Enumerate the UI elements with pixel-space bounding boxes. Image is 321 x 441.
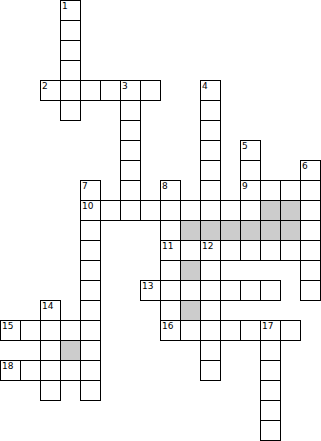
cell-c15-r12[interactable]: [300, 240, 321, 261]
cell-c15-r11[interactable]: [300, 220, 321, 241]
cell-c3-r0[interactable]: 1: [60, 0, 81, 21]
clue-number-5: 5: [242, 141, 248, 151]
cell-c6-r10[interactable]: [120, 200, 141, 221]
cell-c9-r10[interactable]: [180, 200, 201, 221]
cell-c3-r1[interactable]: [60, 20, 81, 41]
clue-number-11: 11: [162, 241, 173, 251]
cell-c14-r9[interactable]: [280, 180, 301, 201]
cell-c13-r16[interactable]: 17: [260, 320, 281, 341]
cell-c13-r19[interactable]: [260, 380, 281, 401]
cell-c11-r14[interactable]: [220, 280, 241, 301]
cell-c6-r8[interactable]: [120, 160, 141, 181]
cell-c4-r13[interactable]: [80, 260, 101, 281]
clue-number-1: 1: [62, 1, 68, 11]
cell-c4-r18[interactable]: [80, 360, 101, 381]
clue-number-15: 15: [2, 321, 13, 331]
cell-c14-r10-shaded[interactable]: [280, 200, 301, 221]
cell-c15-r14[interactable]: [300, 280, 321, 301]
clue-number-7: 7: [82, 181, 88, 191]
cell-c8-r9[interactable]: 8: [160, 180, 181, 201]
cell-c15-r10[interactable]: [300, 200, 321, 221]
cell-c12-r10[interactable]: [240, 200, 261, 221]
cell-c15-r8[interactable]: 6: [300, 160, 321, 181]
cell-c4-r15[interactable]: [80, 300, 101, 321]
cell-c13-r18[interactable]: [260, 360, 281, 381]
puzzle-page: 123456789101112131415161718: [0, 0, 321, 441]
cell-c4-r10[interactable]: 10: [80, 200, 101, 221]
cell-c13-r11-shaded[interactable]: [260, 220, 281, 241]
clue-number-9: 9: [242, 181, 248, 191]
cell-c12-r9[interactable]: 9: [240, 180, 261, 201]
clue-number-16: 16: [162, 321, 173, 331]
clue-number-13: 13: [142, 281, 153, 291]
cell-c12-r14[interactable]: [240, 280, 261, 301]
cell-c8-r16[interactable]: 16: [160, 320, 181, 341]
cell-c7-r4[interactable]: [140, 80, 161, 101]
cell-c15-r13[interactable]: [300, 260, 321, 281]
cell-c10-r12[interactable]: 12: [200, 240, 221, 261]
cell-c10-r15[interactable]: [200, 300, 221, 321]
cell-c13-r10-shaded[interactable]: [260, 200, 281, 221]
cell-c5-r4[interactable]: [100, 80, 121, 101]
cell-c9-r12[interactable]: [180, 240, 201, 261]
cell-c13-r21[interactable]: [260, 420, 281, 441]
clue-number-10: 10: [82, 201, 93, 211]
clue-number-6: 6: [302, 161, 308, 171]
cell-c13-r12[interactable]: [260, 240, 281, 261]
cell-c6-r9[interactable]: [120, 180, 141, 201]
cell-c4-r12[interactable]: [80, 240, 101, 261]
cell-c5-r10[interactable]: [100, 200, 121, 221]
cell-c10-r7[interactable]: [200, 140, 221, 161]
cell-c10-r11-shaded[interactable]: [200, 220, 221, 241]
cell-c4-r11[interactable]: [80, 220, 101, 241]
cell-c3-r2[interactable]: [60, 40, 81, 61]
cell-c9-r15-shaded[interactable]: [180, 300, 201, 321]
cell-c10-r6[interactable]: [200, 120, 221, 141]
cell-c4-r14[interactable]: [80, 280, 101, 301]
cell-c13-r17[interactable]: [260, 340, 281, 361]
cell-c2-r19[interactable]: [40, 380, 61, 401]
cell-c11-r11-shaded[interactable]: [220, 220, 241, 241]
clue-number-12: 12: [202, 241, 213, 251]
clue-number-4: 4: [202, 81, 208, 91]
cell-c11-r10[interactable]: [220, 200, 241, 221]
cell-c10-r10[interactable]: [200, 200, 221, 221]
cell-c10-r17[interactable]: [200, 340, 221, 361]
cell-c10-r14[interactable]: [200, 280, 221, 301]
clue-number-3: 3: [122, 81, 128, 91]
crossword-board: 123456789101112131415161718: [0, 0, 321, 441]
cell-c7-r14[interactable]: 13: [140, 280, 161, 301]
cell-c11-r12[interactable]: [220, 240, 241, 261]
clue-number-8: 8: [162, 181, 168, 191]
cell-c2-r15[interactable]: 14: [40, 300, 61, 321]
cell-c15-r9[interactable]: [300, 180, 321, 201]
cell-c3-r17-shaded[interactable]: [60, 340, 81, 361]
cell-c3-r5[interactable]: [60, 100, 81, 121]
cell-c10-r13[interactable]: [200, 260, 221, 281]
cell-c9-r14[interactable]: [180, 280, 201, 301]
cell-c12-r7[interactable]: 5: [240, 140, 261, 161]
cell-c4-r9[interactable]: 7: [80, 180, 101, 201]
cell-c3-r4[interactable]: [60, 80, 81, 101]
cell-c13-r20[interactable]: [260, 400, 281, 421]
cell-c1-r16[interactable]: [20, 320, 41, 341]
cell-c2-r17[interactable]: [40, 340, 61, 361]
cell-c8-r11[interactable]: [160, 220, 181, 241]
cell-c12-r8[interactable]: [240, 160, 261, 181]
clue-number-14: 14: [42, 301, 53, 311]
cell-c6-r7[interactable]: [120, 140, 141, 161]
cell-c12-r11-shaded[interactable]: [240, 220, 261, 241]
cell-c2-r18[interactable]: [40, 360, 61, 381]
cell-c11-r16[interactable]: [220, 320, 241, 341]
cell-c12-r16[interactable]: [240, 320, 261, 341]
cell-c1-r18[interactable]: [20, 360, 41, 381]
cell-c10-r16[interactable]: [200, 320, 221, 341]
cell-c13-r14[interactable]: [260, 280, 281, 301]
cell-c14-r12[interactable]: [280, 240, 301, 261]
cell-c6-r4[interactable]: 3: [120, 80, 141, 101]
clue-number-18: 18: [2, 361, 13, 371]
cell-c6-r6[interactable]: [120, 120, 141, 141]
cell-c14-r16[interactable]: [280, 320, 301, 341]
cell-c10-r9[interactable]: [200, 180, 221, 201]
cell-c0-r16[interactable]: 15: [0, 320, 21, 341]
cell-c8-r12[interactable]: 11: [160, 240, 181, 261]
cell-c12-r12[interactable]: [240, 240, 261, 261]
cell-c4-r4[interactable]: [80, 80, 101, 101]
cell-c14-r11-shaded[interactable]: [280, 220, 301, 241]
cell-c10-r4[interactable]: 4: [200, 80, 221, 101]
cell-c9-r16[interactable]: [180, 320, 201, 341]
cell-c8-r14[interactable]: [160, 280, 181, 301]
cell-c3-r16[interactable]: [60, 320, 81, 341]
cell-c3-r3[interactable]: [60, 60, 81, 81]
cell-c4-r19[interactable]: [80, 380, 101, 401]
cell-c8-r10[interactable]: [160, 200, 181, 221]
cell-c10-r5[interactable]: [200, 100, 221, 121]
cell-c2-r4[interactable]: 2: [40, 80, 61, 101]
cell-c2-r16[interactable]: [40, 320, 61, 341]
cell-c0-r18[interactable]: 18: [0, 360, 21, 381]
cell-c9-r11-shaded[interactable]: [180, 220, 201, 241]
cell-c8-r13[interactable]: [160, 260, 181, 281]
clue-number-2: 2: [42, 81, 48, 91]
cell-c4-r17[interactable]: [80, 340, 101, 361]
cell-c6-r5[interactable]: [120, 100, 141, 121]
clue-number-17: 17: [262, 321, 273, 331]
cell-c3-r18[interactable]: [60, 360, 81, 381]
cell-c9-r13-shaded[interactable]: [180, 260, 201, 281]
cell-c7-r10[interactable]: [140, 200, 161, 221]
cell-c10-r18[interactable]: [200, 360, 221, 381]
cell-c4-r16[interactable]: [80, 320, 101, 341]
cell-c13-r9[interactable]: [260, 180, 281, 201]
cell-c10-r8[interactable]: [200, 160, 221, 181]
cell-c8-r15[interactable]: [160, 300, 181, 321]
